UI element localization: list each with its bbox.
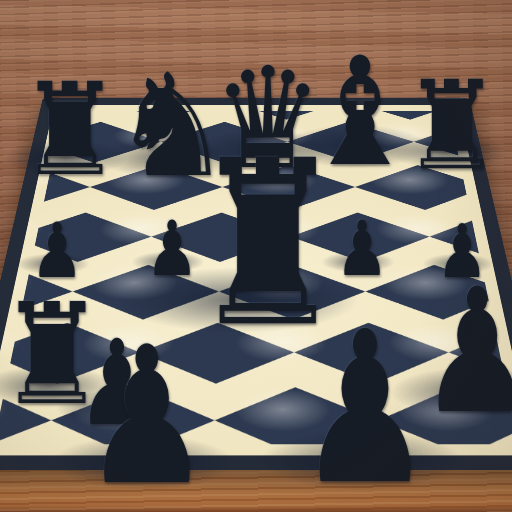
chess-piece-rook[interactable]: ♜ [18,66,121,194]
chess-piece-pawn[interactable]: ♟ [419,266,512,438]
chess-piece-pawn[interactable]: ♟ [83,322,211,512]
chess-piece-rook[interactable]: ♜ [403,65,501,187]
table-front-edge [0,470,512,512]
chess-piece-pawn[interactable]: ♟ [335,211,388,287]
chess-piece-pawn[interactable]: ♟ [297,304,433,512]
chess-photo-scene: ♜♞♛♝♜♟♟♜♟♟♜♟♟♟♟ [0,0,512,512]
